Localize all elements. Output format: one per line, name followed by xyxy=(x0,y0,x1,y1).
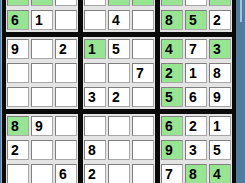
sudoku-cell-r8c2[interactable] xyxy=(31,140,53,160)
sudoku-board: 6148529215732473218569892682621935784 xyxy=(2,0,236,183)
sudoku-cell-r3c6[interactable] xyxy=(132,10,154,30)
sudoku-cell-r8c7[interactable]: 9 xyxy=(161,140,183,160)
sudoku-cell-r7c7[interactable]: 6 xyxy=(161,116,183,136)
sudoku-cell-r4c8[interactable]: 7 xyxy=(185,39,207,59)
sudoku-cell-r5c8[interactable]: 1 xyxy=(185,63,207,83)
sudoku-cell-r8c9[interactable]: 5 xyxy=(209,140,231,160)
sudoku-cell-r3c1[interactable]: 6 xyxy=(7,10,29,30)
sudoku-cell-r4c6[interactable] xyxy=(132,39,154,59)
sudoku-cell-r7c9[interactable]: 1 xyxy=(209,116,231,136)
sudoku-cell-r4c5[interactable]: 5 xyxy=(108,39,130,59)
sudoku-cell-r4c4[interactable]: 1 xyxy=(84,39,106,59)
sudoku-cell-r5c6[interactable]: 7 xyxy=(132,63,154,83)
sudoku-block-1-1: 61 xyxy=(6,0,78,32)
sudoku-block-3-1: 8926 xyxy=(6,114,78,183)
sudoku-cell-r3c5[interactable]: 4 xyxy=(108,10,130,30)
sudoku-cell-r6c7[interactable]: 5 xyxy=(161,87,183,107)
sudoku-cell-r7c8[interactable]: 2 xyxy=(185,116,207,136)
sudoku-cell-r2c1[interactable] xyxy=(7,0,29,6)
sudoku-cell-r2c2[interactable] xyxy=(31,0,53,6)
sudoku-cell-r3c9[interactable]: 2 xyxy=(209,10,231,30)
sudoku-cell-r7c6[interactable] xyxy=(132,116,154,136)
sudoku-cell-r9c5[interactable] xyxy=(108,164,130,183)
sudoku-cell-r6c9[interactable]: 9 xyxy=(209,87,231,107)
sudoku-cell-r9c9[interactable]: 4 xyxy=(209,164,231,183)
sudoku-block-1-2: 4 xyxy=(83,0,155,32)
sudoku-cell-r6c1[interactable] xyxy=(7,87,29,107)
sudoku-block-1-3: 852 xyxy=(160,0,232,32)
sudoku-cell-r6c8[interactable]: 6 xyxy=(185,87,207,107)
sudoku-cell-r2c4[interactable] xyxy=(84,0,106,6)
sudoku-cell-r6c5[interactable]: 2 xyxy=(108,87,130,107)
sudoku-cell-r9c1[interactable] xyxy=(7,164,29,183)
sudoku-cell-r5c2[interactable] xyxy=(31,63,53,83)
sudoku-cell-r9c6[interactable] xyxy=(132,164,154,183)
sudoku-cell-r6c6[interactable] xyxy=(132,87,154,107)
sudoku-cell-r2c5[interactable] xyxy=(108,0,130,6)
sudoku-cell-r4c7[interactable]: 4 xyxy=(161,39,183,59)
sudoku-block-2-1: 92 xyxy=(6,37,78,109)
sudoku-cell-r9c7[interactable]: 7 xyxy=(161,164,183,183)
sudoku-cell-r2c8[interactable] xyxy=(185,0,207,6)
sudoku-cell-r6c4[interactable]: 3 xyxy=(84,87,106,107)
sudoku-cell-r9c4[interactable]: 2 xyxy=(84,164,106,183)
sudoku-cell-r4c3[interactable]: 2 xyxy=(55,39,77,59)
sudoku-cell-r7c2[interactable]: 9 xyxy=(31,116,53,136)
sudoku-cell-r5c5[interactable] xyxy=(108,63,130,83)
sudoku-cell-r2c9[interactable] xyxy=(209,0,231,6)
sudoku-cell-r8c8[interactable]: 3 xyxy=(185,140,207,160)
sudoku-cell-r3c8[interactable]: 5 xyxy=(185,10,207,30)
sudoku-cell-r7c5[interactable] xyxy=(108,116,130,136)
sudoku-cell-r4c1[interactable]: 9 xyxy=(7,39,29,59)
sudoku-cell-r6c3[interactable] xyxy=(55,87,77,107)
sudoku-cell-r7c1[interactable]: 8 xyxy=(7,116,29,136)
sudoku-cell-r3c2[interactable]: 1 xyxy=(31,10,53,30)
sudoku-cell-r8c6[interactable] xyxy=(132,140,154,160)
sudoku-cell-r5c3[interactable] xyxy=(55,63,77,83)
sudoku-cell-r2c7[interactable] xyxy=(161,0,183,6)
sudoku-cell-r9c3[interactable]: 6 xyxy=(55,164,77,183)
sudoku-cell-r2c3[interactable] xyxy=(55,0,77,6)
sudoku-cell-r5c7[interactable]: 2 xyxy=(161,63,183,83)
sudoku-cell-r3c3[interactable] xyxy=(55,10,77,30)
sudoku-cell-r4c9[interactable]: 3 xyxy=(209,39,231,59)
sudoku-cell-r9c2[interactable] xyxy=(31,164,53,183)
sudoku-cell-r7c4[interactable] xyxy=(84,116,106,136)
sudoku-block-2-2: 15732 xyxy=(83,37,155,109)
sudoku-cell-r5c4[interactable] xyxy=(84,63,106,83)
sudoku-block-2-3: 473218569 xyxy=(160,37,232,109)
sudoku-cell-r8c4[interactable]: 8 xyxy=(84,140,106,160)
sudoku-cell-r8c3[interactable] xyxy=(55,140,77,160)
sudoku-cell-r7c3[interactable] xyxy=(55,116,77,136)
sudoku-block-3-2: 82 xyxy=(83,114,155,183)
sudoku-cell-r4c2[interactable] xyxy=(31,39,53,59)
sudoku-cell-r9c8[interactable]: 8 xyxy=(185,164,207,183)
sudoku-cell-r3c4[interactable] xyxy=(84,10,106,30)
sudoku-block-3-3: 621935784 xyxy=(160,114,232,183)
sudoku-cell-r2c6[interactable] xyxy=(132,0,154,6)
sudoku-cell-r8c5[interactable] xyxy=(108,140,130,160)
sudoku-cell-r5c9[interactable]: 8 xyxy=(209,63,231,83)
app-window: 6148529215732473218569892682621935784 xyxy=(0,0,245,183)
sudoku-cell-r3c7[interactable]: 8 xyxy=(161,10,183,30)
sudoku-cell-r8c1[interactable]: 2 xyxy=(7,140,29,160)
window-edge-highlight-right xyxy=(240,0,242,22)
sudoku-cell-r6c2[interactable] xyxy=(31,87,53,107)
sudoku-cell-r5c1[interactable] xyxy=(7,63,29,83)
